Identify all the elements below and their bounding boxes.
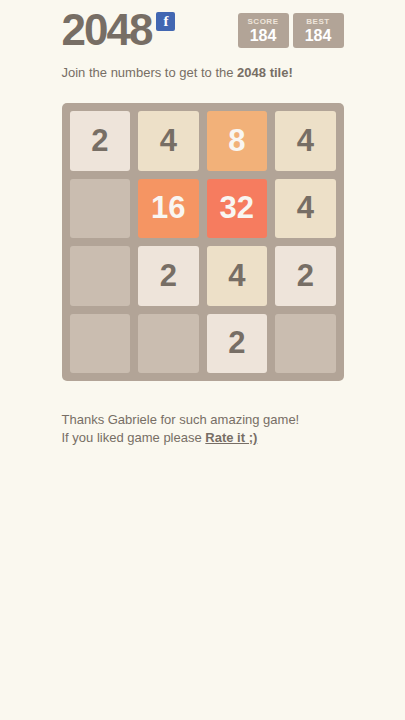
footer: Thanks Gabriele for such amazing game! I…: [62, 411, 344, 447]
tile-2: 2: [138, 246, 199, 306]
rate-it-link[interactable]: Rate it ;): [205, 430, 257, 445]
footer-thanks: Thanks Gabriele for such amazing game!: [62, 411, 344, 429]
board-grid[interactable]: 2484163242422: [62, 103, 344, 381]
subtitle-text: Join the numbers to get to the: [62, 65, 238, 80]
footer-rate-prefix: If you liked game please: [62, 430, 206, 445]
tile-2: 2: [207, 314, 268, 374]
tile-2: 2: [275, 246, 336, 306]
tile-4: 4: [275, 179, 336, 239]
game-title: 2048: [62, 8, 152, 52]
title-wrap: 2048 f: [62, 8, 176, 52]
tile-8: 8: [207, 111, 268, 171]
empty-cell: [70, 246, 131, 306]
subtitle: Join the numbers to get to the 2048 tile…: [62, 65, 344, 81]
score-label: SCORE: [248, 17, 279, 27]
empty-cell: [138, 314, 199, 374]
tile-4: 4: [138, 111, 199, 171]
page: 2048 f SCORE 184 BEST 184 Join the numbe…: [62, 0, 344, 447]
empty-cell: [70, 179, 131, 239]
empty-cell: [275, 314, 336, 374]
best-value: 184: [305, 27, 332, 45]
facebook-icon[interactable]: f: [156, 12, 175, 31]
tile-16: 16: [138, 179, 199, 239]
score-box: SCORE 184: [238, 13, 289, 48]
best-box: BEST 184: [293, 13, 344, 48]
subtitle-goal: 2048 tile!: [237, 65, 293, 80]
score-value: 184: [250, 27, 277, 45]
footer-rate-line: If you liked game please Rate it ;): [62, 429, 344, 447]
tile-4: 4: [275, 111, 336, 171]
tile-2: 2: [70, 111, 131, 171]
tile-32: 32: [207, 179, 268, 239]
empty-cell: [70, 314, 131, 374]
header: 2048 f SCORE 184 BEST 184: [62, 8, 344, 52]
best-label: BEST: [306, 17, 329, 27]
score-panel: SCORE 184 BEST 184: [238, 13, 344, 48]
tile-4: 4: [207, 246, 268, 306]
